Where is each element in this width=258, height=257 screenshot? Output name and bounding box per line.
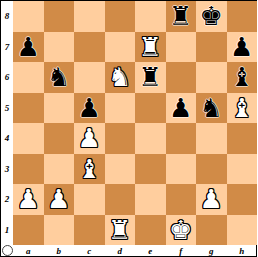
square-g1[interactable] xyxy=(196,215,227,246)
square-c5[interactable]: ♟ xyxy=(74,93,105,124)
square-h6[interactable]: ♝ xyxy=(227,62,258,93)
square-b8[interactable] xyxy=(44,1,75,32)
square-c8[interactable] xyxy=(74,1,105,32)
file-labels: abcdefgh xyxy=(13,245,257,256)
white-king-f1[interactable]: ♚ xyxy=(169,217,192,243)
square-a1[interactable] xyxy=(13,215,44,246)
square-b7[interactable] xyxy=(44,32,75,63)
black-king-g8[interactable]: ♚ xyxy=(200,3,223,29)
square-d4[interactable] xyxy=(105,123,136,154)
white-pawn-c4[interactable]: ♟ xyxy=(78,125,101,151)
rank-label-3: 3 xyxy=(1,154,13,185)
black-pawn-a7[interactable]: ♟ xyxy=(17,34,40,60)
square-g6[interactable] xyxy=(196,62,227,93)
black-rook-e6[interactable]: ♜ xyxy=(139,64,162,90)
square-h5[interactable]: ♝ xyxy=(227,93,258,124)
file-label-f: f xyxy=(166,245,197,256)
black-pawn-c5[interactable]: ♟ xyxy=(78,95,101,121)
square-g5[interactable]: ♞ xyxy=(196,93,227,124)
square-a5[interactable] xyxy=(13,93,44,124)
square-e8[interactable] xyxy=(135,1,166,32)
rank-label-8: 8 xyxy=(1,1,13,32)
square-e2[interactable] xyxy=(135,184,166,215)
square-a8[interactable] xyxy=(13,1,44,32)
square-h1[interactable] xyxy=(227,215,258,246)
square-a6[interactable] xyxy=(13,62,44,93)
white-bishop-h5[interactable]: ♝ xyxy=(230,95,253,121)
white-bishop-c3[interactable]: ♝ xyxy=(78,156,101,182)
square-b5[interactable] xyxy=(44,93,75,124)
square-f6[interactable] xyxy=(166,62,197,93)
rank-label-1: 1 xyxy=(1,215,13,246)
square-e3[interactable] xyxy=(135,154,166,185)
square-g7[interactable] xyxy=(196,32,227,63)
file-label-b: b xyxy=(44,245,75,256)
square-f2[interactable] xyxy=(166,184,197,215)
side-to-move-indicator xyxy=(2,245,13,256)
square-e1[interactable] xyxy=(135,215,166,246)
square-g8[interactable]: ♚ xyxy=(196,1,227,32)
square-b4[interactable] xyxy=(44,123,75,154)
black-knight-b6[interactable]: ♞ xyxy=(47,64,70,90)
square-e6[interactable]: ♜ xyxy=(135,62,166,93)
square-c3[interactable]: ♝ xyxy=(74,154,105,185)
file-label-e: e xyxy=(135,245,166,256)
square-h2[interactable] xyxy=(227,184,258,215)
chess-board[interactable]: ♜♚♟♜♟♞♞♜♝♟♟♞♝♟♝♟♟♟♜♚ xyxy=(13,1,257,245)
square-d1[interactable]: ♜ xyxy=(105,215,136,246)
square-a4[interactable] xyxy=(13,123,44,154)
black-rook-f8[interactable]: ♜ xyxy=(169,3,192,29)
square-g2[interactable]: ♟ xyxy=(196,184,227,215)
square-c6[interactable] xyxy=(74,62,105,93)
file-label-g: g xyxy=(196,245,227,256)
square-b2[interactable]: ♟ xyxy=(44,184,75,215)
square-d6[interactable]: ♞ xyxy=(105,62,136,93)
square-a2[interactable]: ♟ xyxy=(13,184,44,215)
square-f4[interactable] xyxy=(166,123,197,154)
square-d5[interactable] xyxy=(105,93,136,124)
chess-diagram: 87654321 ♜♚♟♜♟♞♞♜♝♟♟♞♝♟♝♟♟♟♜♚ abcdefgh xyxy=(0,0,257,257)
rank-label-4: 4 xyxy=(1,123,13,154)
white-pawn-g2[interactable]: ♟ xyxy=(200,186,223,212)
square-b1[interactable] xyxy=(44,215,75,246)
square-g3[interactable] xyxy=(196,154,227,185)
black-pawn-h7[interactable]: ♟ xyxy=(230,34,253,60)
rank-labels: 87654321 xyxy=(1,1,13,245)
square-c1[interactable] xyxy=(74,215,105,246)
square-d2[interactable] xyxy=(105,184,136,215)
square-e7[interactable]: ♜ xyxy=(135,32,166,63)
rank-label-7: 7 xyxy=(1,32,13,63)
white-rook-e7[interactable]: ♜ xyxy=(139,34,162,60)
square-h3[interactable] xyxy=(227,154,258,185)
square-g4[interactable] xyxy=(196,123,227,154)
white-pawn-a2[interactable]: ♟ xyxy=(17,186,40,212)
square-f7[interactable] xyxy=(166,32,197,63)
square-d8[interactable] xyxy=(105,1,136,32)
square-d7[interactable] xyxy=(105,32,136,63)
white-pawn-b2[interactable]: ♟ xyxy=(47,186,70,212)
square-f3[interactable] xyxy=(166,154,197,185)
square-d3[interactable] xyxy=(105,154,136,185)
white-knight-d6[interactable]: ♞ xyxy=(108,64,131,90)
file-label-h: h xyxy=(227,245,258,256)
black-pawn-f5[interactable]: ♟ xyxy=(169,95,192,121)
square-e5[interactable] xyxy=(135,93,166,124)
rank-label-5: 5 xyxy=(1,93,13,124)
square-b6[interactable]: ♞ xyxy=(44,62,75,93)
square-a3[interactable] xyxy=(13,154,44,185)
square-c2[interactable] xyxy=(74,184,105,215)
file-label-a: a xyxy=(13,245,44,256)
square-f8[interactable]: ♜ xyxy=(166,1,197,32)
black-knight-g5[interactable]: ♞ xyxy=(200,95,223,121)
file-label-d: d xyxy=(105,245,136,256)
black-bishop-h6[interactable]: ♝ xyxy=(230,64,253,90)
square-f5[interactable]: ♟ xyxy=(166,93,197,124)
square-c4[interactable]: ♟ xyxy=(74,123,105,154)
rank-label-2: 2 xyxy=(1,184,13,215)
square-a7[interactable]: ♟ xyxy=(13,32,44,63)
white-rook-d1[interactable]: ♜ xyxy=(108,217,131,243)
rank-label-6: 6 xyxy=(1,62,13,93)
square-c7[interactable] xyxy=(74,32,105,63)
square-e4[interactable] xyxy=(135,123,166,154)
square-h8[interactable] xyxy=(227,1,258,32)
square-b3[interactable] xyxy=(44,154,75,185)
file-label-c: c xyxy=(74,245,105,256)
square-h4[interactable] xyxy=(227,123,258,154)
square-h7[interactable]: ♟ xyxy=(227,32,258,63)
square-f1[interactable]: ♚ xyxy=(166,215,197,246)
